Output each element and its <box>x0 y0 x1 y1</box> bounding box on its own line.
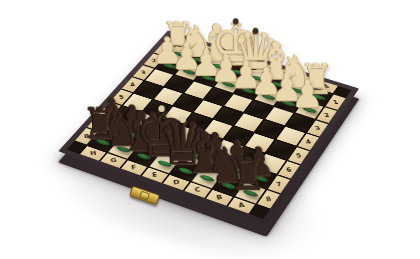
rank-label-text: 3 <box>141 70 147 75</box>
chess-set-photo: HGFEDCBA1♜♞♝♚●♛●♝♞♜12♟♟♟♟♟♟♟♟2334455667♟… <box>0 0 420 259</box>
file-label-text: A <box>238 202 246 209</box>
rank-label-text: 2 <box>323 112 330 118</box>
piece-white-pawn: ♟ <box>271 75 345 113</box>
rank-label-text: 8 <box>265 196 272 202</box>
piece-black-rook: ♜ <box>208 152 287 197</box>
rank-label-text: 3 <box>314 125 321 131</box>
rank-label-text: 4 <box>305 139 312 145</box>
rank-label-text: 4 <box>130 82 136 87</box>
